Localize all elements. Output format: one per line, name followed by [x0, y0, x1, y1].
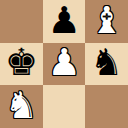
black-king-piece[interactable]: ♚ — [5, 44, 38, 81]
square-r2c2[interactable] — [85, 85, 128, 128]
square-r2c0[interactable]: ♞ — [0, 85, 43, 128]
black-pawn-piece[interactable]: ♟ — [47, 2, 80, 39]
square-r0c0[interactable] — [0, 0, 43, 43]
square-r0c2[interactable]: ♝ — [85, 0, 128, 43]
white-pawn-piece[interactable]: ♟ — [47, 44, 80, 81]
square-r0c1[interactable]: ♟ — [43, 0, 86, 43]
square-r1c0[interactable]: ♚ — [0, 43, 43, 86]
square-r1c2[interactable]: ♞ — [85, 43, 128, 86]
square-r1c1[interactable]: ♟ — [43, 43, 86, 86]
white-knight-piece[interactable]: ♞ — [5, 87, 38, 124]
chess-board: ♟♝♚♟♞♞ — [0, 0, 128, 128]
white-bishop-piece[interactable]: ♝ — [90, 2, 123, 39]
black-knight-piece[interactable]: ♞ — [90, 44, 123, 81]
square-r2c1[interactable] — [43, 85, 86, 128]
